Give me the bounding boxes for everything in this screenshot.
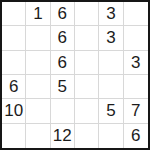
cell-r4c2[interactable] [26, 75, 50, 99]
cell-r6c5[interactable] [99, 124, 123, 148]
puzzle-board: 1636363651057126 [0, 0, 150, 150]
cell-r1c3[interactable]: 6 [51, 2, 75, 26]
cell-r3c1[interactable] [2, 51, 26, 75]
cell-r5c5[interactable]: 5 [99, 99, 123, 123]
cell-r6c1[interactable] [2, 124, 26, 148]
cell-r6c3[interactable]: 12 [51, 124, 75, 148]
cell-r2c1[interactable] [2, 26, 26, 50]
cell-r1c4[interactable] [75, 2, 99, 26]
cell-r2c2[interactable] [26, 26, 50, 50]
cell-r1c6[interactable] [124, 2, 148, 26]
cell-r6c4[interactable] [75, 124, 99, 148]
cell-r3c2[interactable] [26, 51, 50, 75]
cell-r3c3[interactable]: 6 [51, 51, 75, 75]
cell-r1c5[interactable]: 3 [99, 2, 123, 26]
cell-r5c6[interactable]: 7 [124, 99, 148, 123]
cell-r4c4[interactable] [75, 75, 99, 99]
cell-r1c1[interactable] [2, 2, 26, 26]
cell-r2c6[interactable] [124, 26, 148, 50]
cell-r2c4[interactable] [75, 26, 99, 50]
cell-r6c6[interactable]: 6 [124, 124, 148, 148]
cell-r5c3[interactable] [51, 99, 75, 123]
cell-r4c5[interactable] [99, 75, 123, 99]
cell-r2c5[interactable]: 3 [99, 26, 123, 50]
cell-r5c4[interactable] [75, 99, 99, 123]
cell-r3c4[interactable] [75, 51, 99, 75]
cell-r3c5[interactable] [99, 51, 123, 75]
cell-r6c2[interactable] [26, 124, 50, 148]
cell-r2c3[interactable]: 6 [51, 26, 75, 50]
cell-r4c1[interactable]: 6 [2, 75, 26, 99]
cell-r4c6[interactable] [124, 75, 148, 99]
cell-r5c2[interactable] [26, 99, 50, 123]
cell-r1c2[interactable]: 1 [26, 2, 50, 26]
cell-r3c6[interactable]: 3 [124, 51, 148, 75]
cell-r4c3[interactable]: 5 [51, 75, 75, 99]
cell-r5c1[interactable]: 10 [2, 99, 26, 123]
